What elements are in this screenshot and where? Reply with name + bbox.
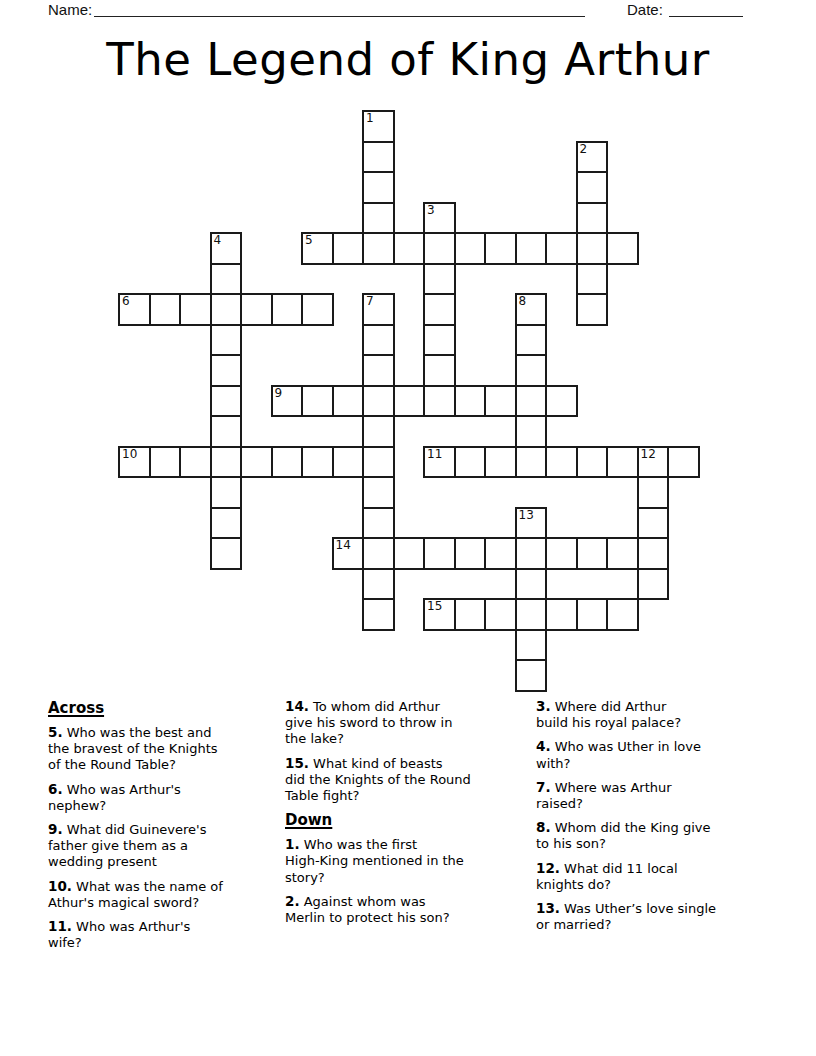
grid-cell-r5c3[interactable] — [210, 263, 243, 296]
date-input-line[interactable] — [669, 2, 743, 17]
grid-cell-r4c16[interactable] — [606, 232, 639, 265]
grid-cell-r6c1[interactable] — [149, 293, 182, 326]
clue-number: 10. — [48, 878, 72, 894]
grid-cell-r13c8[interactable] — [362, 507, 395, 540]
grid-cell-r10c8[interactable] — [362, 415, 395, 448]
grid-cell-r5c15[interactable] — [576, 263, 609, 296]
grid-cell-r16c15[interactable] — [576, 598, 609, 631]
grid-cell-r10c13[interactable] — [515, 415, 548, 448]
grid-cell-r4c6[interactable]: 5 — [301, 232, 334, 265]
clue-down-3: 3. Where did Arthur build his royal pala… — [536, 698, 780, 731]
cell-number-label: 14 — [336, 539, 351, 552]
grid-cell-r18c13[interactable] — [515, 659, 548, 692]
cell-number-label: 9 — [275, 387, 283, 400]
grid-cell-r0c8[interactable]: 1 — [362, 110, 395, 143]
grid-cell-r9c11[interactable] — [454, 385, 487, 418]
grid-cell-r11c13[interactable] — [515, 446, 548, 479]
grid-cell-r7c8[interactable] — [362, 324, 395, 357]
grid-cell-r14c7[interactable]: 14 — [332, 537, 365, 570]
grid-cell-r11c11[interactable] — [454, 446, 487, 479]
clue-across-15: 15. What kind of beasts did the Knights … — [285, 755, 531, 805]
clue-number: 2. — [285, 893, 300, 909]
name-input-line[interactable] — [94, 2, 585, 17]
cell-number-label: 4 — [214, 234, 222, 247]
clue-across-11: 11. Who was Arthur's wife? — [48, 918, 280, 951]
grid-cell-r16c14[interactable] — [545, 598, 578, 631]
grid-cell-r14c17[interactable] — [637, 537, 670, 570]
grid-cell-r4c11[interactable] — [454, 232, 487, 265]
grid-cell-r8c3[interactable] — [210, 354, 243, 387]
grid-cell-r16c11[interactable] — [454, 598, 487, 631]
grid-cell-r9c7[interactable] — [332, 385, 365, 418]
grid-cell-r14c8[interactable] — [362, 537, 395, 570]
clue-number: 7. — [536, 779, 551, 795]
clue-number: 15. — [285, 755, 309, 771]
clue-down-1: 1. Who was the first High-King mentioned… — [285, 836, 531, 886]
grid-cell-r10c3[interactable] — [210, 415, 243, 448]
grid-cell-r14c14[interactable] — [545, 537, 578, 570]
cell-number-label: 15 — [427, 600, 442, 613]
clue-number: 9. — [48, 821, 63, 837]
grid-cell-r14c3[interactable] — [210, 537, 243, 570]
cell-number-label: 6 — [122, 295, 130, 308]
grid-cell-r5c10[interactable] — [423, 263, 456, 296]
grid-cell-r16c12[interactable] — [484, 598, 517, 631]
grid-cell-r11c3[interactable] — [210, 446, 243, 479]
grid-cell-r9c6[interactable] — [301, 385, 334, 418]
clue-across-10: 10. What was the name of Athur's magical… — [48, 878, 280, 911]
grid-cell-r4c7[interactable] — [332, 232, 365, 265]
crossword-worksheet: { "game": "crossword", "title": "The Leg… — [0, 0, 816, 1056]
grid-cell-r4c13[interactable] — [515, 232, 548, 265]
cell-number-label: 8 — [519, 295, 527, 308]
grid-cell-r16c16[interactable] — [606, 598, 639, 631]
grid-cell-r6c13[interactable]: 8 — [515, 293, 548, 326]
date-label: Date: — [627, 1, 663, 18]
clue-down-2: 2. Against whom was Merlin to protect hi… — [285, 893, 531, 926]
clue-number: 4. — [536, 738, 551, 754]
grid-cell-r4c12[interactable] — [484, 232, 517, 265]
grid-cell-r7c3[interactable] — [210, 324, 243, 357]
grid-cell-r4c14[interactable] — [545, 232, 578, 265]
clue-across-9: 9. What did Guinevere's father give them… — [48, 821, 280, 871]
clue-across-6: 6. Who was Arthur's nephew? — [48, 781, 280, 814]
grid-cell-r11c6[interactable] — [301, 446, 334, 479]
clue-number: 3. — [536, 698, 551, 714]
grid-cell-r12c3[interactable] — [210, 476, 243, 509]
grid-cell-r6c5[interactable] — [271, 293, 304, 326]
grid-cell-r11c12[interactable] — [484, 446, 517, 479]
cell-number-label: 10 — [122, 448, 137, 461]
grid-cell-r9c10[interactable] — [423, 385, 456, 418]
grid-cell-r12c17[interactable] — [637, 476, 670, 509]
clue-across-5: 5. Who was the best and the bravest of t… — [48, 724, 280, 774]
grid-cell-r15c8[interactable] — [362, 568, 395, 601]
grid-cell-r14c13[interactable] — [515, 537, 548, 570]
grid-cell-r14c9[interactable] — [393, 537, 426, 570]
grid-cell-r16c8[interactable] — [362, 598, 395, 631]
clue-down-8: 8. Whom did the King give to his son? — [536, 819, 780, 852]
grid-cell-r11c15[interactable] — [576, 446, 609, 479]
grid-cell-r9c9[interactable] — [393, 385, 426, 418]
grid-cell-r11c5[interactable] — [271, 446, 304, 479]
cell-number-label: 2 — [580, 143, 588, 156]
crossword-board: 123456789101112131415 — [118, 110, 700, 692]
grid-cell-r17c13[interactable] — [515, 629, 548, 662]
clue-down-4: 4. Who was Uther in love with? — [536, 738, 780, 771]
clue-column-2: 14. To whom did Arthur give his sword to… — [285, 698, 531, 933]
grid-cell-r9c14[interactable] — [545, 385, 578, 418]
grid-cell-r6c0[interactable]: 6 — [118, 293, 151, 326]
grid-cell-r4c9[interactable] — [393, 232, 426, 265]
grid-cell-r6c4[interactable] — [240, 293, 273, 326]
grid-cell-r9c13[interactable] — [515, 385, 548, 418]
grid-cell-r13c17[interactable] — [637, 507, 670, 540]
grid-cell-r12c8[interactable] — [362, 476, 395, 509]
grid-cell-r6c15[interactable] — [576, 293, 609, 326]
grid-cell-r15c17[interactable] — [637, 568, 670, 601]
across-heading: Across — [48, 699, 280, 717]
grid-cell-r14c12[interactable] — [484, 537, 517, 570]
grid-cell-r11c0[interactable]: 10 — [118, 446, 151, 479]
grid-cell-r8c10[interactable] — [423, 354, 456, 387]
cell-number-label: 12 — [641, 448, 656, 461]
name-label: Name: — [48, 1, 92, 18]
clue-across-14: 14. To whom did Arthur give his sword to… — [285, 698, 531, 748]
clue-down-13: 13. Was Uther’s love single or married? — [536, 900, 780, 933]
clue-down-7: 7. Where was Arthur raised? — [536, 779, 780, 812]
grid-cell-r8c8[interactable] — [362, 354, 395, 387]
grid-cell-r2c15[interactable] — [576, 171, 609, 204]
grid-cell-r14c16[interactable] — [606, 537, 639, 570]
grid-cell-r4c10[interactable] — [423, 232, 456, 265]
grid-cell-r4c15[interactable] — [576, 232, 609, 265]
grid-cell-r15c13[interactable] — [515, 568, 548, 601]
clue-column-3: 3. Where did Arthur build his royal pala… — [536, 698, 780, 940]
cell-number-label: 11 — [427, 448, 442, 461]
grid-cell-r7c13[interactable] — [515, 324, 548, 357]
clue-number: 12. — [536, 860, 560, 876]
grid-cell-r3c8[interactable] — [362, 202, 395, 235]
cell-number-label: 3 — [427, 204, 435, 217]
worksheet-header: Name: Date: — [0, 0, 816, 28]
grid-cell-r3c10[interactable]: 3 — [423, 202, 456, 235]
grid-cell-r11c8[interactable] — [362, 446, 395, 479]
grid-cell-r11c18[interactable] — [667, 446, 700, 479]
grid-cell-r6c8[interactable]: 7 — [362, 293, 395, 326]
clue-down-12: 12. What did 11 local knights do? — [536, 860, 780, 893]
grid-cell-r14c11[interactable] — [454, 537, 487, 570]
grid-cell-r14c15[interactable] — [576, 537, 609, 570]
grid-cell-r1c15[interactable]: 2 — [576, 141, 609, 174]
grid-cell-r4c8[interactable] — [362, 232, 395, 265]
clue-column-1: Across5. Who was the best and the braves… — [48, 698, 280, 958]
cell-number-label: 13 — [519, 509, 534, 522]
grid-cell-r13c13[interactable]: 13 — [515, 507, 548, 540]
grid-cell-r14c10[interactable] — [423, 537, 456, 570]
clue-number: 14. — [285, 698, 309, 714]
grid-cell-r11c17[interactable]: 12 — [637, 446, 670, 479]
grid-cell-r9c5[interactable]: 9 — [271, 385, 304, 418]
grid-cell-r2c8[interactable] — [362, 171, 395, 204]
grid-cell-r13c3[interactable] — [210, 507, 243, 540]
grid-cell-r11c1[interactable] — [149, 446, 182, 479]
cell-number-label: 7 — [366, 295, 374, 308]
puzzle-title: The Legend of King Arthur — [0, 33, 816, 86]
clue-number: 5. — [48, 724, 63, 740]
grid-cell-r11c2[interactable] — [179, 446, 212, 479]
grid-cell-r9c8[interactable] — [362, 385, 395, 418]
clue-number: 13. — [536, 900, 560, 916]
grid-cell-r1c8[interactable] — [362, 141, 395, 174]
cell-number-label: 5 — [305, 234, 313, 247]
grid-cell-r16c13[interactable] — [515, 598, 548, 631]
clue-number: 6. — [48, 781, 63, 797]
grid-cell-r11c16[interactable] — [606, 446, 639, 479]
clue-number: 1. — [285, 836, 300, 852]
clue-number: 8. — [536, 819, 551, 835]
grid-cell-r8c13[interactable] — [515, 354, 548, 387]
grid-cell-r11c4[interactable] — [240, 446, 273, 479]
grid-cell-r3c15[interactable] — [576, 202, 609, 235]
grid-cell-r6c6[interactable] — [301, 293, 334, 326]
grid-cell-r11c10[interactable]: 11 — [423, 446, 456, 479]
grid-cell-r7c10[interactable] — [423, 324, 456, 357]
down-heading: Down — [285, 811, 531, 829]
grid-cell-r9c12[interactable] — [484, 385, 517, 418]
grid-cell-r11c7[interactable] — [332, 446, 365, 479]
cell-number-label: 1 — [366, 112, 374, 125]
grid-cell-r4c3[interactable]: 4 — [210, 232, 243, 265]
grid-cell-r6c2[interactable] — [179, 293, 212, 326]
grid-cell-r9c3[interactable] — [210, 385, 243, 418]
grid-cell-r6c3[interactable] — [210, 293, 243, 326]
grid-cell-r16c10[interactable]: 15 — [423, 598, 456, 631]
clue-number: 11. — [48, 918, 72, 934]
grid-cell-r11c14[interactable] — [545, 446, 578, 479]
grid-cell-r6c10[interactable] — [423, 293, 456, 326]
